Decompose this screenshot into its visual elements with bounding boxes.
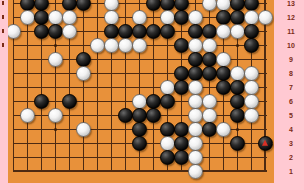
row-label-2: 2 — [282, 154, 300, 161]
white-stone[interactable] — [230, 24, 245, 39]
white-stone[interactable] — [118, 38, 133, 53]
black-stone[interactable] — [230, 94, 245, 109]
black-stone[interactable] — [202, 52, 217, 67]
last-move-marker-icon — [262, 140, 268, 146]
white-stone[interactable] — [216, 52, 231, 67]
black-stone[interactable] — [202, 122, 217, 137]
go-app-window: 13121110987654321 — [0, 0, 304, 190]
row-label-5: 5 — [282, 112, 300, 119]
white-stone[interactable] — [132, 38, 147, 53]
white-stone[interactable] — [48, 108, 63, 123]
white-stone[interactable] — [188, 108, 203, 123]
white-stone[interactable] — [20, 108, 35, 123]
row-label-1: 1 — [282, 168, 300, 175]
white-stone[interactable] — [160, 136, 175, 151]
white-stone[interactable] — [48, 52, 63, 67]
white-stone[interactable] — [216, 122, 231, 137]
white-stone[interactable] — [160, 80, 175, 95]
black-stone[interactable] — [230, 136, 245, 151]
white-stone[interactable] — [188, 136, 203, 151]
black-stone[interactable] — [146, 0, 161, 11]
black-stone[interactable] — [188, 24, 203, 39]
white-stone[interactable] — [104, 38, 119, 53]
black-stone[interactable] — [76, 0, 91, 11]
black-stone[interactable] — [202, 24, 217, 39]
black-stone[interactable] — [174, 10, 189, 25]
black-stone[interactable] — [118, 108, 133, 123]
black-stone[interactable] — [160, 150, 175, 165]
black-stone[interactable] — [160, 24, 175, 39]
black-stone[interactable] — [62, 94, 77, 109]
black-stone[interactable] — [174, 66, 189, 81]
white-stone[interactable] — [244, 66, 259, 81]
black-stone[interactable] — [34, 94, 49, 109]
row-label-12: 12 — [282, 14, 300, 21]
grid-hline — [13, 157, 267, 158]
row-label-6: 6 — [282, 98, 300, 105]
black-stone[interactable] — [216, 10, 231, 25]
black-stone[interactable] — [244, 38, 259, 53]
black-stone[interactable] — [132, 24, 147, 39]
star-point — [236, 44, 239, 47]
left-strip-tick — [2, 1, 4, 5]
black-stone[interactable] — [160, 94, 175, 109]
black-stone[interactable] — [244, 24, 259, 39]
white-stone[interactable] — [244, 94, 259, 109]
black-stone[interactable] — [216, 66, 231, 81]
black-stone[interactable] — [132, 122, 147, 137]
black-stone[interactable] — [76, 52, 91, 67]
black-stone[interactable] — [202, 66, 217, 81]
black-stone[interactable] — [230, 0, 245, 11]
white-stone[interactable] — [90, 38, 105, 53]
black-stone[interactable] — [188, 66, 203, 81]
row-label-11: 11 — [282, 28, 300, 35]
black-stone[interactable] — [174, 122, 189, 137]
black-stone[interactable] — [146, 108, 161, 123]
white-stone[interactable] — [76, 66, 91, 81]
white-stone[interactable] — [258, 10, 273, 25]
left-strip-tick — [2, 15, 4, 19]
white-stone[interactable] — [188, 94, 203, 109]
left-strip-tick — [2, 29, 4, 33]
black-stone[interactable] — [174, 0, 189, 11]
grid-hline — [13, 170, 267, 172]
black-stone[interactable] — [230, 108, 245, 123]
white-stone[interactable] — [244, 80, 259, 95]
black-stone[interactable] — [230, 10, 245, 25]
white-stone[interactable] — [244, 108, 259, 123]
black-stone[interactable] — [20, 0, 35, 11]
left-strip-tick — [2, 43, 4, 47]
black-stone[interactable] — [174, 150, 189, 165]
star-point — [236, 128, 239, 131]
black-stone[interactable] — [258, 136, 273, 151]
white-stone[interactable] — [202, 94, 217, 109]
black-stone[interactable] — [34, 24, 49, 39]
black-stone[interactable] — [34, 10, 49, 25]
black-stone[interactable] — [62, 0, 77, 11]
white-stone[interactable] — [216, 24, 231, 39]
row-label-7: 7 — [282, 84, 300, 91]
black-stone[interactable] — [34, 0, 49, 11]
black-stone[interactable] — [174, 38, 189, 53]
star-point — [54, 128, 57, 131]
row-label-3: 3 — [282, 140, 300, 147]
black-stone[interactable] — [146, 24, 161, 39]
black-stone[interactable] — [48, 24, 63, 39]
white-stone[interactable] — [48, 10, 63, 25]
row-label-13: 13 — [282, 0, 300, 7]
white-stone[interactable] — [188, 38, 203, 53]
white-stone[interactable] — [188, 10, 203, 25]
white-stone[interactable] — [20, 10, 35, 25]
black-stone[interactable] — [244, 0, 259, 11]
white-stone[interactable] — [230, 66, 245, 81]
white-stone[interactable] — [188, 122, 203, 137]
white-stone[interactable] — [216, 0, 231, 11]
black-stone[interactable] — [104, 24, 119, 39]
bottom-margin-strip — [0, 183, 304, 190]
row-label-10: 10 — [282, 42, 300, 49]
white-stone[interactable] — [132, 10, 147, 25]
white-stone[interactable] — [202, 108, 217, 123]
black-stone[interactable] — [160, 0, 175, 11]
star-point — [54, 44, 57, 47]
white-stone[interactable] — [104, 0, 119, 11]
white-stone[interactable] — [188, 164, 203, 179]
white-stone[interactable] — [76, 122, 91, 137]
black-stone[interactable] — [146, 94, 161, 109]
white-stone[interactable] — [6, 24, 21, 39]
black-stone[interactable] — [174, 80, 189, 95]
white-stone[interactable] — [62, 24, 77, 39]
black-stone[interactable] — [230, 80, 245, 95]
row-label-9: 9 — [282, 56, 300, 63]
white-stone[interactable] — [104, 10, 119, 25]
white-stone[interactable] — [188, 150, 203, 165]
black-stone[interactable] — [160, 122, 175, 137]
black-stone[interactable] — [174, 136, 189, 151]
black-stone[interactable] — [188, 52, 203, 67]
black-stone[interactable] — [132, 108, 147, 123]
black-stone[interactable] — [216, 80, 231, 95]
black-stone[interactable] — [132, 136, 147, 151]
row-label-8: 8 — [282, 70, 300, 77]
white-stone[interactable] — [202, 38, 217, 53]
white-stone[interactable] — [62, 10, 77, 25]
white-stone[interactable] — [202, 0, 217, 11]
white-stone[interactable] — [188, 80, 203, 95]
black-stone[interactable] — [118, 24, 133, 39]
white-stone[interactable] — [244, 10, 259, 25]
row-label-4: 4 — [282, 126, 300, 133]
white-stone[interactable] — [132, 94, 147, 109]
white-stone[interactable] — [160, 10, 175, 25]
